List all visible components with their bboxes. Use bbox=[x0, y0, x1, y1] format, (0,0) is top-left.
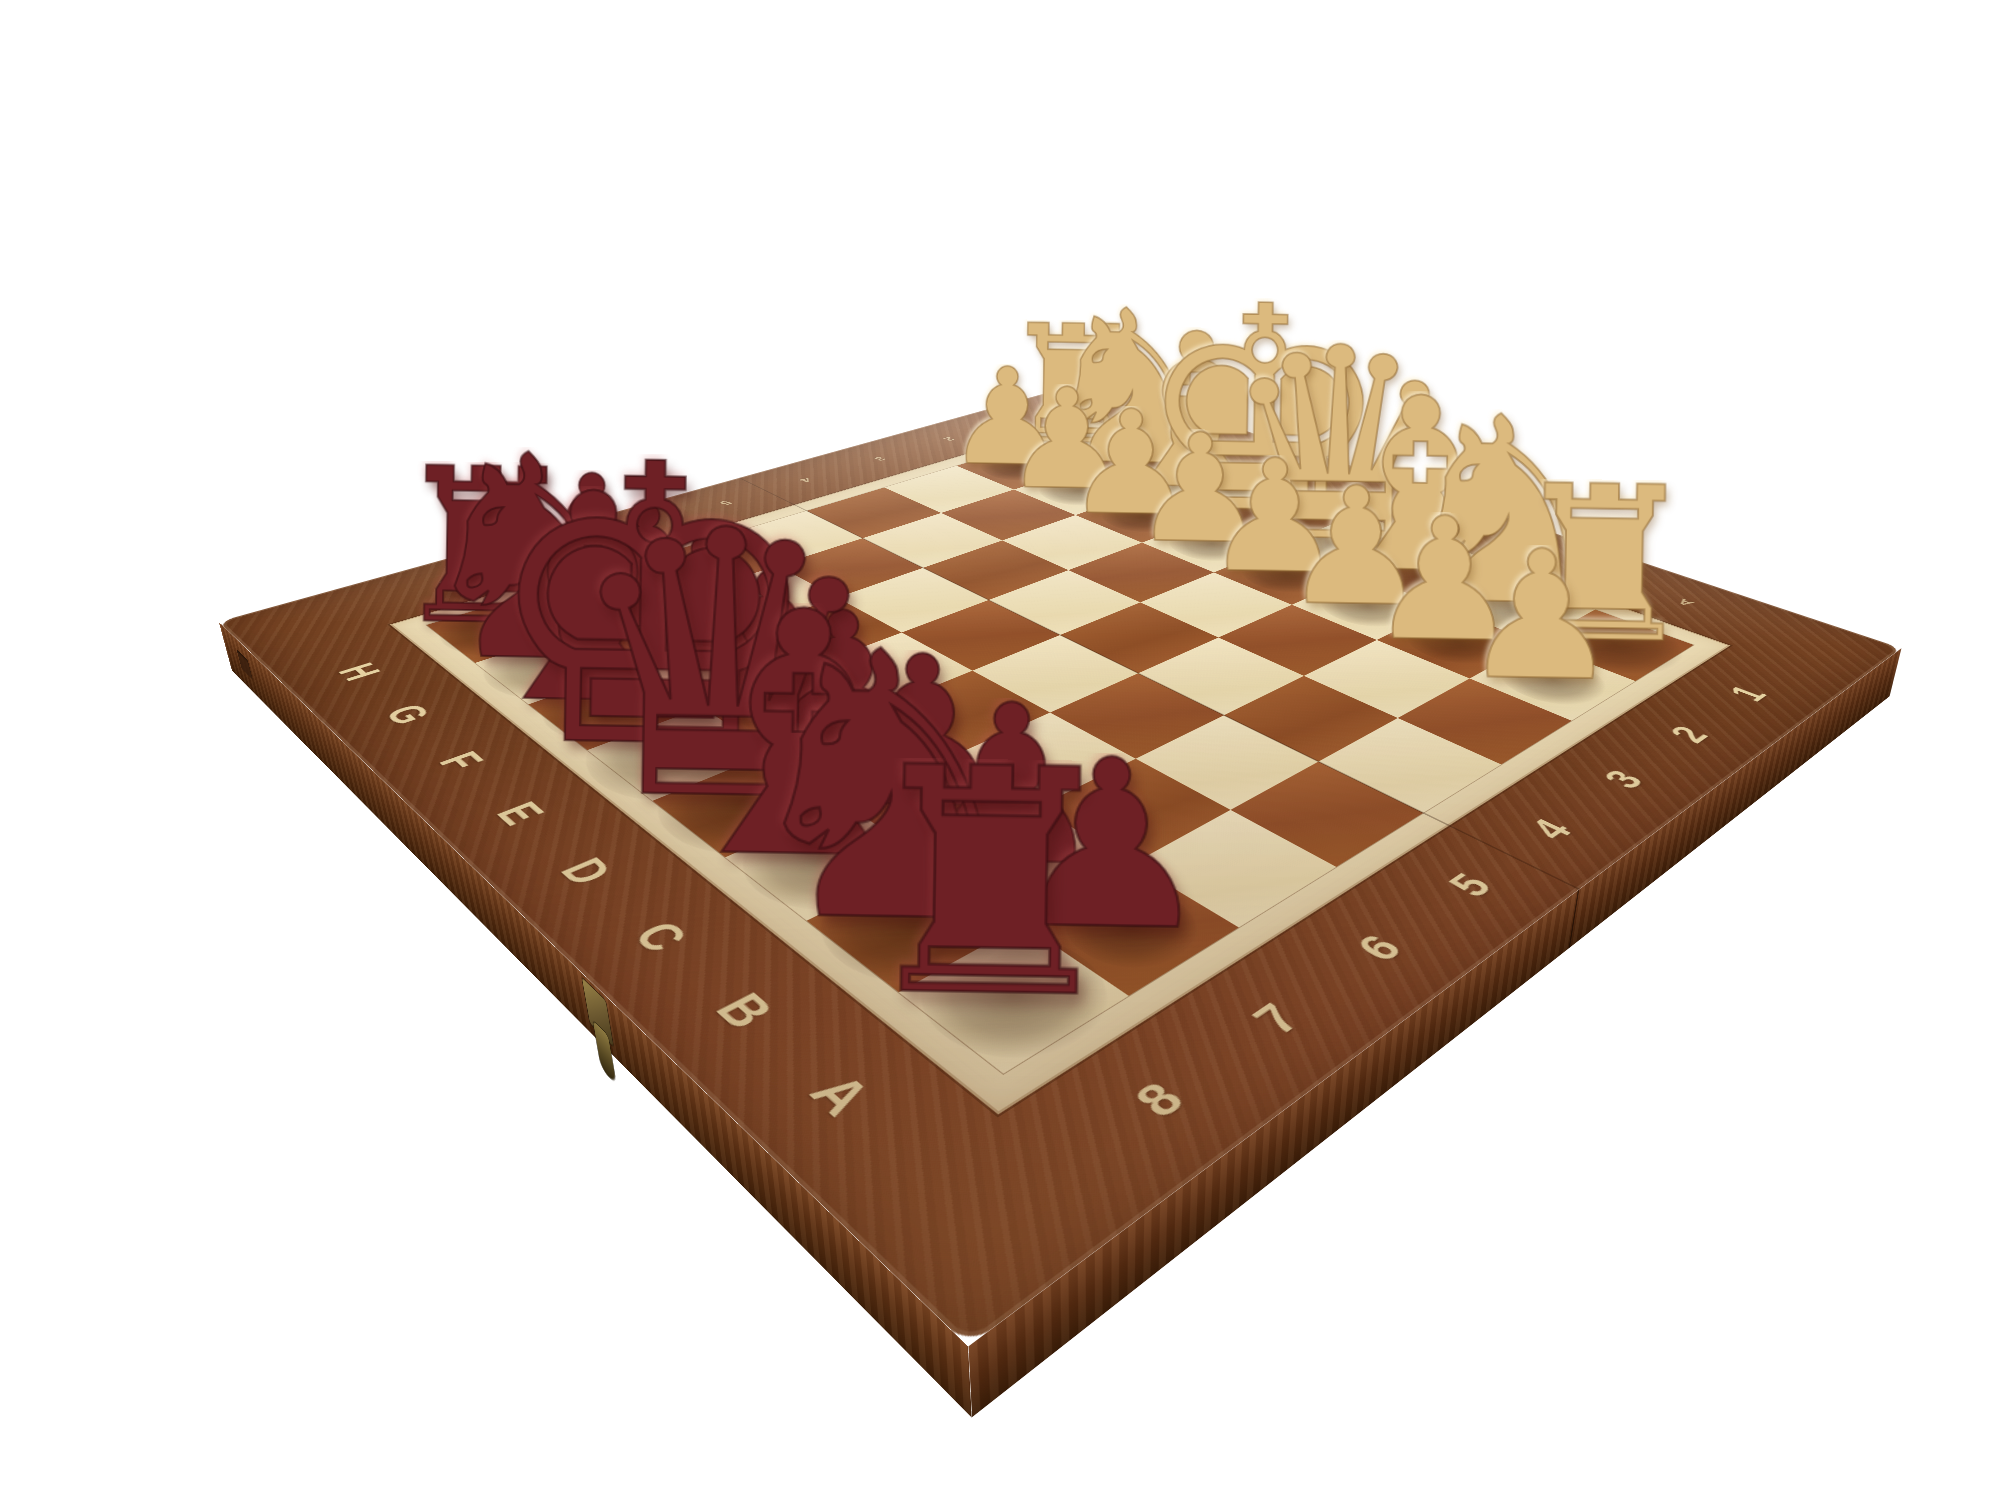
product-photo-scene: HGFEDCBA HGFEDCBA 12345678 12345678 ♜♞♝♛… bbox=[0, 0, 2000, 1500]
pieces-layer: ♜♞♝♛♚♝♞♜♟♟♟♟♟♟♟♟♟♟♟♟♟♟♟♟♜♞♝♛♚♝♞♜ bbox=[219, 380, 1902, 1346]
piece-glyph-rook: ♜ bbox=[370, 750, 1610, 1019]
chess-board: HGFEDCBA HGFEDCBA 12345678 12345678 ♜♞♝♛… bbox=[219, 380, 1902, 1346]
